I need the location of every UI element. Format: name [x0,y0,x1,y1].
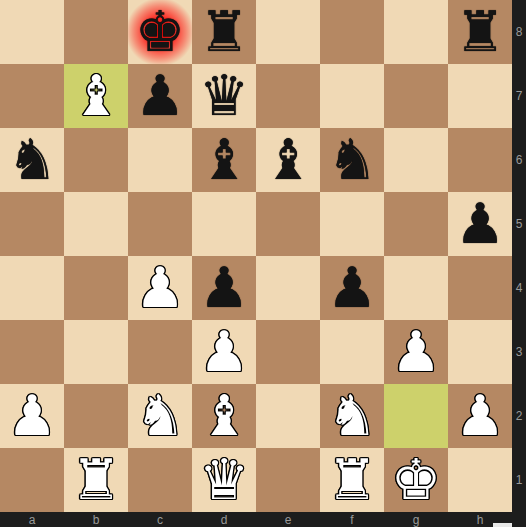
square-f7[interactable] [320,64,384,128]
square-b8[interactable] [64,0,128,64]
piece-black-bishop[interactable]: ♝ [263,128,313,192]
square-e2[interactable] [256,384,320,448]
file-label-d: d [192,512,256,527]
piece-white-pawn[interactable]: ♟ [455,384,505,448]
chess-app: ♚♜♜♝♟♛♞♝♝♞♟♟♟♟♟♟♟♞♝♞♟♜♛♜♚ 87654321 abcde… [0,0,526,527]
file-label-c: c [128,512,192,527]
piece-black-rook[interactable]: ♜ [455,0,505,64]
square-g6[interactable] [384,128,448,192]
square-h2[interactable]: ♟ [448,384,512,448]
piece-black-bishop[interactable]: ♝ [199,128,249,192]
square-c7[interactable]: ♟ [128,64,192,128]
square-a5[interactable] [0,192,64,256]
square-c6[interactable] [128,128,192,192]
square-g4[interactable] [384,256,448,320]
square-h6[interactable] [448,128,512,192]
piece-white-rook[interactable]: ♜ [71,448,121,512]
square-d4[interactable]: ♟ [192,256,256,320]
square-e5[interactable] [256,192,320,256]
square-e6[interactable]: ♝ [256,128,320,192]
piece-black-queen[interactable]: ♛ [199,64,249,128]
rank-label-1: 1 [512,448,526,512]
square-d5[interactable] [192,192,256,256]
square-b1[interactable]: ♜ [64,448,128,512]
piece-white-pawn[interactable]: ♟ [199,320,249,384]
square-g7[interactable] [384,64,448,128]
square-h1[interactable] [448,448,512,512]
square-f8[interactable] [320,0,384,64]
square-h3[interactable] [448,320,512,384]
square-a2[interactable]: ♟ [0,384,64,448]
file-label-b: b [64,512,128,527]
file-labels: abcdefgh [0,512,512,527]
square-e7[interactable] [256,64,320,128]
square-h5[interactable]: ♟ [448,192,512,256]
square-b6[interactable] [64,128,128,192]
piece-white-knight[interactable]: ♞ [327,384,377,448]
square-g1[interactable]: ♚ [384,448,448,512]
piece-black-pawn[interactable]: ♟ [455,192,505,256]
square-f3[interactable] [320,320,384,384]
square-a6[interactable]: ♞ [0,128,64,192]
corner-artifact [493,523,512,527]
square-g2[interactable] [384,384,448,448]
square-e4[interactable] [256,256,320,320]
rank-label-5: 5 [512,192,526,256]
square-a1[interactable] [0,448,64,512]
square-h8[interactable]: ♜ [448,0,512,64]
square-h4[interactable] [448,256,512,320]
square-c4[interactable]: ♟ [128,256,192,320]
piece-black-knight[interactable]: ♞ [327,128,377,192]
piece-black-pawn[interactable]: ♟ [327,256,377,320]
piece-black-knight[interactable]: ♞ [7,128,57,192]
square-h7[interactable] [448,64,512,128]
square-c5[interactable] [128,192,192,256]
square-g8[interactable] [384,0,448,64]
square-d2[interactable]: ♝ [192,384,256,448]
square-a3[interactable] [0,320,64,384]
rank-labels: 87654321 [512,0,526,512]
file-label-a: a [0,512,64,527]
rank-label-6: 6 [512,128,526,192]
square-f2[interactable]: ♞ [320,384,384,448]
square-b7[interactable]: ♝ [64,64,128,128]
square-e3[interactable] [256,320,320,384]
square-b5[interactable] [64,192,128,256]
square-d1[interactable]: ♛ [192,448,256,512]
piece-white-queen[interactable]: ♛ [199,448,249,512]
square-b4[interactable] [64,256,128,320]
piece-white-bishop[interactable]: ♝ [199,384,249,448]
square-e8[interactable] [256,0,320,64]
piece-black-pawn[interactable]: ♟ [135,64,185,128]
piece-black-king[interactable]: ♚ [135,0,185,64]
square-d6[interactable]: ♝ [192,128,256,192]
piece-white-pawn[interactable]: ♟ [135,256,185,320]
square-g3[interactable]: ♟ [384,320,448,384]
square-c2[interactable]: ♞ [128,384,192,448]
file-label-f: f [320,512,384,527]
rank-label-4: 4 [512,256,526,320]
file-label-e: e [256,512,320,527]
file-label-g: g [384,512,448,527]
square-d3[interactable]: ♟ [192,320,256,384]
square-f4[interactable]: ♟ [320,256,384,320]
square-a4[interactable] [0,256,64,320]
square-c8[interactable]: ♚ [128,0,192,64]
piece-white-pawn[interactable]: ♟ [391,320,441,384]
piece-white-rook[interactable]: ♜ [327,448,377,512]
piece-white-king[interactable]: ♚ [391,448,441,512]
rank-label-7: 7 [512,64,526,128]
rank-label-8: 8 [512,0,526,64]
square-b2[interactable] [64,384,128,448]
chess-board: ♚♜♜♝♟♛♞♝♝♞♟♟♟♟♟♟♟♞♝♞♟♜♛♜♚ [0,0,512,512]
square-a7[interactable] [0,64,64,128]
square-f6[interactable]: ♞ [320,128,384,192]
square-c3[interactable] [128,320,192,384]
square-g5[interactable] [384,192,448,256]
square-f1[interactable]: ♜ [320,448,384,512]
square-e1[interactable] [256,448,320,512]
rank-label-2: 2 [512,384,526,448]
square-d7[interactable]: ♛ [192,64,256,128]
piece-white-pawn[interactable]: ♟ [7,384,57,448]
piece-white-bishop[interactable]: ♝ [71,64,121,128]
square-c1[interactable] [128,448,192,512]
piece-black-pawn[interactable]: ♟ [199,256,249,320]
piece-black-rook[interactable]: ♜ [199,0,249,64]
square-f5[interactable] [320,192,384,256]
square-b3[interactable] [64,320,128,384]
square-d8[interactable]: ♜ [192,0,256,64]
rank-label-3: 3 [512,320,526,384]
square-a8[interactable] [0,0,64,64]
piece-white-knight[interactable]: ♞ [135,384,185,448]
